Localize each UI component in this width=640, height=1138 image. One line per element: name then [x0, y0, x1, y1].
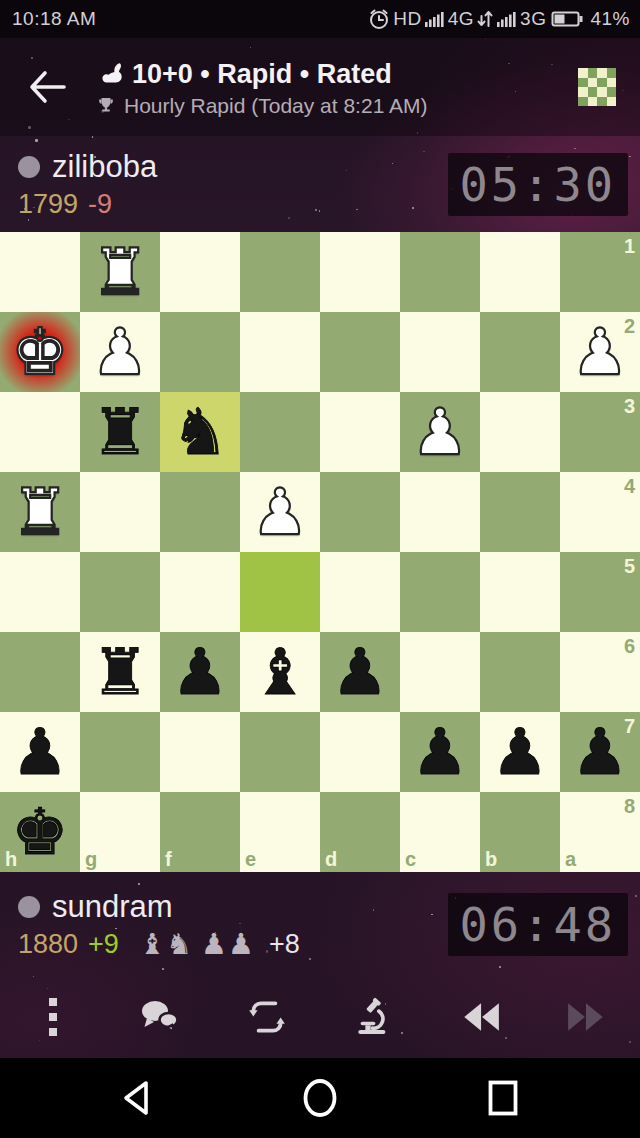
black-bishop-e6[interactable]: ♝ — [251, 640, 308, 704]
square-f2[interactable] — [160, 312, 240, 392]
player-bottom-status-dot — [18, 896, 40, 918]
rank-label-2: 2 — [624, 316, 635, 336]
tournament-name: Hourly Rapid (Today at 8:21 AM) — [124, 94, 427, 118]
game-header: 10+0 • Rapid • Rated Hourly Rapid (Today… — [0, 38, 640, 136]
captured-pawn-icon: ♟ — [228, 930, 255, 959]
menu-button[interactable] — [0, 998, 107, 1036]
square-b1[interactable] — [480, 232, 560, 312]
black-rook-g6[interactable]: ♜ — [91, 640, 148, 704]
square-b8[interactable]: b — [480, 792, 560, 872]
square-c7[interactable]: ♟ — [400, 712, 480, 792]
chat-bubbles-icon — [138, 998, 182, 1036]
black-pawn-f6[interactable]: ♟ — [171, 640, 228, 704]
tv-board-thumbnail-icon[interactable] — [578, 68, 616, 106]
square-c8[interactable]: c — [400, 792, 480, 872]
square-d2[interactable] — [320, 312, 400, 392]
game-title-block: 10+0 • Rapid • Rated Hourly Rapid (Today… — [96, 57, 578, 118]
data-traffic-arrows-icon — [476, 8, 494, 30]
rewind-button[interactable] — [427, 1001, 534, 1033]
square-h6[interactable] — [0, 632, 80, 712]
white-pawn-g2[interactable]: ♟ — [91, 320, 148, 384]
rank-label-8: 8 — [624, 796, 635, 816]
player-top-rating: 1799 — [18, 189, 78, 220]
rank-label-3: 3 — [624, 396, 635, 416]
square-h2[interactable]: ♚ — [0, 312, 80, 392]
file-label-h: h — [5, 849, 17, 869]
black-knight-f3[interactable]: ♞ — [171, 400, 228, 464]
rank-label-4: 4 — [624, 476, 635, 496]
file-label-a: a — [565, 849, 576, 869]
player-bottom-rating-change: +9 — [88, 929, 119, 960]
black-pawn-a7[interactable]: ♟ — [571, 720, 628, 784]
square-a1[interactable]: 1 — [560, 232, 640, 312]
square-b4[interactable] — [480, 472, 560, 552]
square-g2[interactable]: ♟ — [80, 312, 160, 392]
chess-board: ♜1♚♟♟2♜♞♟3♜♟45♜♟♝♟6♟♟♟♟7♚hgfedcb8a — [0, 232, 640, 872]
android-nav-bar — [0, 1058, 640, 1138]
white-pawn-a2[interactable]: ♟ — [571, 320, 628, 384]
android-status-bar: 10:18 AM HD 4G — [0, 0, 640, 38]
back-button[interactable] — [0, 68, 96, 106]
square-f8[interactable]: f — [160, 792, 240, 872]
player-bottom-clock: 06:48 — [448, 893, 628, 956]
square-b2[interactable] — [480, 312, 560, 392]
square-e2[interactable] — [240, 312, 320, 392]
square-e7[interactable] — [240, 712, 320, 792]
square-f1[interactable] — [160, 232, 240, 312]
square-g4[interactable] — [80, 472, 160, 552]
square-f4[interactable] — [160, 472, 240, 552]
game-title: 10+0 • Rapid • Rated — [132, 59, 392, 90]
android-home-button[interactable] — [300, 1076, 340, 1120]
vertical-ellipsis-icon — [49, 998, 57, 1036]
square-h3[interactable] — [0, 392, 80, 472]
rank-label-5: 5 — [624, 556, 635, 576]
tournament-trophy-icon — [96, 96, 116, 116]
square-a6[interactable]: 6 — [560, 632, 640, 712]
analysis-button[interactable] — [320, 997, 427, 1037]
square-g8[interactable]: g — [80, 792, 160, 872]
rapid-rabbit-icon — [96, 61, 123, 88]
signal-bars-icon-2 — [496, 8, 518, 30]
chat-button[interactable] — [107, 998, 214, 1036]
game-toolbar — [0, 976, 640, 1058]
square-h4[interactable]: ♜ — [0, 472, 80, 552]
square-c5[interactable] — [400, 552, 480, 632]
black-pawn-d6[interactable]: ♟ — [331, 640, 388, 704]
square-f7[interactable] — [160, 712, 240, 792]
black-king-h8[interactable]: ♚ — [11, 800, 68, 864]
microscope-icon — [353, 997, 393, 1037]
square-a2[interactable]: ♟2 — [560, 312, 640, 392]
file-label-d: d — [325, 849, 337, 869]
android-back-button[interactable] — [119, 1078, 155, 1118]
fast-forward-button[interactable] — [533, 1001, 640, 1033]
white-pawn-c3[interactable]: ♟ — [411, 400, 468, 464]
black-pawn-h7[interactable]: ♟ — [11, 720, 68, 784]
square-g6[interactable]: ♜ — [80, 632, 160, 712]
square-h8[interactable]: ♚h — [0, 792, 80, 872]
player-top-name[interactable]: ziliboba — [52, 149, 157, 185]
square-a7[interactable]: ♟7 — [560, 712, 640, 792]
square-a8[interactable]: 8a — [560, 792, 640, 872]
square-f3[interactable]: ♞ — [160, 392, 240, 472]
square-f5[interactable] — [160, 552, 240, 632]
rank-label-1: 1 — [624, 236, 635, 256]
lichess-mobile-app: 10:18 AM HD 4G — [0, 0, 640, 1138]
square-b5[interactable] — [480, 552, 560, 632]
status-hd-label: HD — [393, 8, 421, 30]
square-c4[interactable] — [400, 472, 480, 552]
square-a3[interactable]: 3 — [560, 392, 640, 472]
file-label-f: f — [165, 849, 172, 869]
square-a4[interactable]: 4 — [560, 472, 640, 552]
status-4g-label: 4G — [448, 8, 474, 30]
file-label-b: b — [485, 849, 497, 869]
status-battery-percent: 41% — [590, 8, 630, 30]
square-c6[interactable] — [400, 632, 480, 712]
file-label-c: c — [405, 849, 416, 869]
player-top: ziliboba 1799 -9 05:30 — [0, 136, 640, 232]
player-bottom-rating: 1880 — [18, 929, 78, 960]
square-e4[interactable]: ♟ — [240, 472, 320, 552]
square-g1[interactable]: ♜ — [80, 232, 160, 312]
white-rook-h4[interactable]: ♜ — [11, 480, 68, 544]
rank-label-6: 6 — [624, 636, 635, 656]
white-rook-g1[interactable]: ♜ — [91, 240, 148, 304]
player-bottom: sundram 1880 +9 ♝♞♟♟ +8 06:48 — [0, 872, 640, 976]
captured-pieces: ♝♞♟♟ — [139, 930, 255, 959]
status-3g-label: 3G — [520, 8, 546, 30]
alarm-clock-icon — [367, 7, 391, 31]
file-label-e: e — [245, 849, 256, 869]
square-d4[interactable] — [320, 472, 400, 552]
android-recents-button[interactable] — [485, 1078, 521, 1118]
square-d1[interactable] — [320, 232, 400, 312]
player-bottom-name[interactable]: sundram — [52, 889, 173, 925]
square-c2[interactable] — [400, 312, 480, 392]
back-arrow-icon — [27, 68, 69, 106]
rank-label-7: 7 — [624, 716, 635, 736]
square-e1[interactable] — [240, 232, 320, 312]
black-pawn-b7[interactable]: ♟ — [491, 720, 548, 784]
square-d6[interactable]: ♟ — [320, 632, 400, 712]
captured-bishop-icon: ♝ — [139, 930, 166, 959]
square-d5[interactable] — [320, 552, 400, 632]
square-b3[interactable] — [480, 392, 560, 472]
fast-forward-icon — [566, 1001, 608, 1033]
captured-knight-icon: ♞ — [166, 930, 193, 959]
white-pawn-e4[interactable]: ♟ — [251, 480, 308, 544]
square-e3[interactable] — [240, 392, 320, 472]
square-d8[interactable]: d — [320, 792, 400, 872]
captured-pawn-icon: ♟ — [201, 930, 228, 959]
black-rook-g3[interactable]: ♜ — [91, 400, 148, 464]
square-d3[interactable] — [320, 392, 400, 472]
square-b6[interactable] — [480, 632, 560, 712]
status-time: 10:18 AM — [12, 8, 96, 30]
player-top-rating-change: -9 — [88, 189, 112, 220]
player-top-clock: 05:30 — [448, 153, 628, 216]
flip-board-button[interactable] — [213, 996, 320, 1038]
square-f6[interactable]: ♟ — [160, 632, 240, 712]
battery-icon — [551, 9, 585, 29]
square-g5[interactable] — [80, 552, 160, 632]
black-pawn-c7[interactable]: ♟ — [411, 720, 468, 784]
white-king-h2[interactable]: ♚ — [11, 320, 68, 384]
square-c3[interactable]: ♟ — [400, 392, 480, 472]
square-g3[interactable]: ♜ — [80, 392, 160, 472]
square-h1[interactable] — [0, 232, 80, 312]
square-h7[interactable]: ♟ — [0, 712, 80, 792]
square-d7[interactable] — [320, 712, 400, 792]
file-label-g: g — [85, 849, 97, 869]
square-e6[interactable]: ♝ — [240, 632, 320, 712]
player-top-status-dot — [18, 156, 40, 178]
square-e5[interactable] — [240, 552, 320, 632]
square-g7[interactable] — [80, 712, 160, 792]
square-b7[interactable]: ♟ — [480, 712, 560, 792]
square-h5[interactable] — [0, 552, 80, 632]
square-c1[interactable] — [400, 232, 480, 312]
flip-sync-icon — [246, 996, 288, 1038]
fast-rewind-icon — [459, 1001, 501, 1033]
signal-bars-icon — [424, 8, 446, 30]
material-advantage: +8 — [269, 929, 300, 960]
square-e8[interactable]: e — [240, 792, 320, 872]
square-a5[interactable]: 5 — [560, 552, 640, 632]
